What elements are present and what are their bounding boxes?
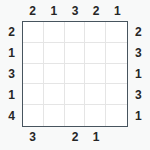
clue-top-1: 2 (29, 5, 36, 17)
board-cell-r2c5[interactable] (106, 43, 127, 64)
puzzle-board (22, 21, 128, 127)
clue-right-4: 3 (135, 89, 142, 101)
clue-top-2: 1 (50, 5, 57, 17)
clue-bottom-4: 1 (93, 131, 100, 143)
clue-bottom-1: 3 (29, 131, 36, 143)
board-cell-r5c5[interactable] (106, 105, 127, 126)
clue-bottom-3: 2 (72, 131, 79, 143)
clue-top-4: 2 (93, 5, 100, 17)
clue-top-3: 3 (72, 5, 79, 17)
board-cell-r1c3[interactable] (65, 22, 86, 43)
skyscrapers-puzzle: 2 1 3 2 1 2 1 3 1 4 (0, 0, 150, 150)
board-cell-r5c3[interactable] (65, 105, 86, 126)
board-cell-r3c1[interactable] (23, 64, 44, 85)
board-cell-r4c5[interactable] (106, 84, 127, 105)
board-cell-r2c4[interactable] (85, 43, 106, 64)
board-cell-r1c2[interactable] (44, 22, 65, 43)
board-cell-r2c2[interactable] (44, 43, 65, 64)
board-cell-r5c1[interactable] (23, 105, 44, 126)
board-cell-r1c5[interactable] (106, 22, 127, 43)
board-cell-r2c3[interactable] (65, 43, 86, 64)
board-cell-r4c4[interactable] (85, 84, 106, 105)
board-cell-r1c1[interactable] (23, 22, 44, 43)
board-cell-r5c2[interactable] (44, 105, 65, 126)
clue-left-4: 1 (8, 89, 15, 101)
clue-column-right: 2 3 1 3 1 (128, 21, 150, 127)
board-cell-r3c2[interactable] (44, 64, 65, 85)
clue-right-3: 1 (135, 68, 142, 80)
board-cell-r1c4[interactable] (85, 22, 106, 43)
clue-left-5: 4 (8, 110, 15, 122)
clue-right-2: 3 (135, 47, 142, 59)
clue-row-top: 2 1 3 2 1 (22, 0, 128, 21)
board-cell-r3c3[interactable] (65, 64, 86, 85)
board-cell-r2c1[interactable] (23, 43, 44, 64)
board-cell-r4c1[interactable] (23, 84, 44, 105)
clue-top-5: 1 (114, 5, 121, 17)
board-cell-r3c5[interactable] (106, 64, 127, 85)
board-cell-r4c2[interactable] (44, 84, 65, 105)
clue-right-5: 1 (135, 110, 142, 122)
board-cell-r5c4[interactable] (85, 105, 106, 126)
clue-column-left: 2 1 3 1 4 (0, 21, 22, 127)
clue-left-3: 3 (8, 68, 15, 80)
clue-left-1: 2 (8, 26, 15, 38)
clue-right-1: 2 (135, 26, 142, 38)
board-cell-r4c3[interactable] (65, 84, 86, 105)
clue-row-bottom: 3 2 1 (22, 127, 128, 150)
board-cell-r3c4[interactable] (85, 64, 106, 85)
clue-left-2: 1 (8, 47, 15, 59)
